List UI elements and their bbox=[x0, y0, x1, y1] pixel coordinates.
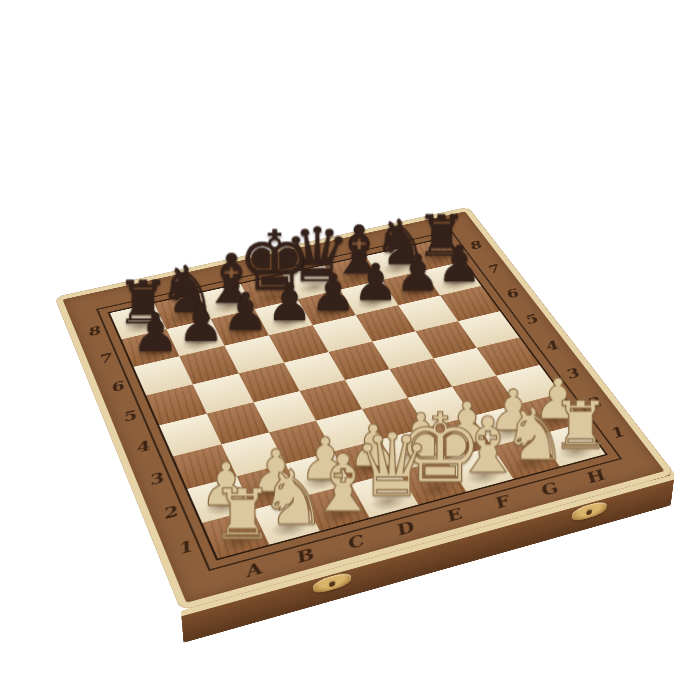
brass-clasp-right bbox=[572, 500, 608, 523]
black-pawn-glyph: ♟ bbox=[92, 307, 218, 360]
chess-board: 87654321 87654321 ABCDEFGH ♜♞♝♚♛♝♞♜♟♟♟♟♟… bbox=[55, 207, 675, 611]
board-top-surface: 87654321 87654321 ABCDEFGH ♜♞♝♚♛♝♞♜♟♟♟♟♟… bbox=[55, 207, 675, 611]
brass-clasp-left bbox=[313, 571, 351, 595]
white-rook-glyph: ♜ bbox=[170, 480, 314, 550]
scene: 87654321 87654321 ABCDEFGH ♜♞♝♚♛♝♞♜♟♟♟♟♟… bbox=[0, 0, 700, 700]
pieces-layer: ♜♞♝♚♛♝♞♜♟♟♟♟♟♟♟♟♟♟♟♟♟♟♟♟♜♞♝♛♚♝♞♜ bbox=[55, 207, 675, 611]
